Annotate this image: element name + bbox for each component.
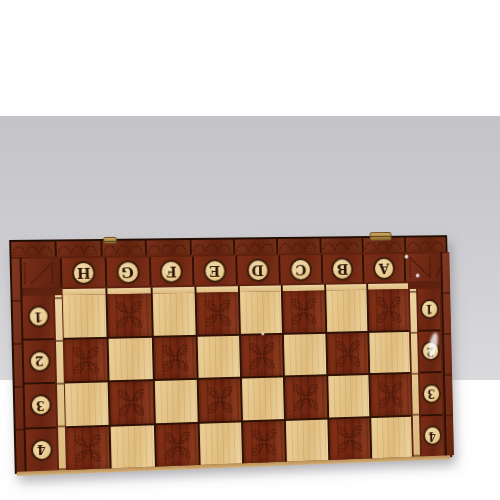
square-g4[interactable]: [111, 425, 155, 468]
square-a3[interactable]: [370, 374, 411, 416]
square-a2[interactable]: [369, 331, 410, 373]
file-label-circle: E: [203, 259, 226, 283]
rank-label-circle: 1: [420, 299, 439, 319]
square-e1[interactable]: [196, 292, 239, 334]
carved-scallop-segment: [278, 239, 319, 254]
rank-label-cell-1: 1: [22, 295, 54, 338]
file-label-cell-d: D: [237, 255, 279, 284]
carved-scallop-segment: [235, 239, 277, 254]
brass-hinge-icon: [103, 237, 117, 244]
rank-label-cell-2: 2: [23, 340, 55, 383]
photo-background: HGFEDCBA 1234 1234: [0, 116, 500, 380]
rank-labels-right: 1234: [418, 288, 443, 456]
rank-label-3: 3: [427, 388, 435, 400]
square-c2[interactable]: [284, 333, 326, 375]
rank-label-cell-4: 4: [421, 415, 443, 456]
rank-label-2: 2: [35, 354, 44, 367]
rank-label-circle: 4: [422, 425, 441, 446]
square-h4[interactable]: [66, 426, 110, 470]
file-label-cell-c: C: [280, 255, 321, 284]
square-c4[interactable]: [286, 419, 328, 461]
square-d3[interactable]: [242, 377, 284, 419]
rank-label-cell-3: 3: [420, 373, 442, 414]
file-label-a: A: [379, 261, 390, 276]
rank-label-cell-4: 4: [26, 428, 57, 471]
square-c1[interactable]: [283, 291, 325, 333]
file-label-g: G: [121, 264, 134, 279]
square-f3[interactable]: [154, 380, 197, 423]
file-label-cell-a: A: [364, 254, 404, 282]
file-label-circle: D: [246, 258, 269, 282]
square-d4[interactable]: [243, 420, 285, 463]
carved-scallop-segment: [406, 237, 446, 252]
square-c3[interactable]: [285, 376, 327, 418]
file-label-circle: F: [160, 259, 183, 283]
square-f1[interactable]: [152, 293, 195, 336]
rank-labels-left: 1234: [22, 295, 57, 471]
square-a4[interactable]: [371, 416, 412, 458]
rank-label-cell-1: 1: [418, 288, 440, 329]
chess-board-half: HGFEDCBA 1234 1234: [9, 235, 452, 474]
square-e4[interactable]: [199, 422, 242, 465]
square-f2[interactable]: [153, 336, 196, 379]
rank-label-circle: 3: [421, 383, 440, 404]
square-b2[interactable]: [327, 332, 368, 374]
square-e3[interactable]: [198, 379, 241, 422]
rank-label-1: 1: [425, 303, 433, 315]
square-g1[interactable]: [108, 294, 152, 337]
file-label-circle: A: [373, 256, 395, 279]
carved-scallop-segment: [11, 241, 55, 256]
file-label-circle: C: [289, 257, 312, 281]
file-label-b: B: [337, 261, 349, 276]
file-label-d: D: [252, 262, 264, 277]
rank-label-circle: 2: [28, 350, 50, 372]
dust-speck: [416, 274, 420, 278]
playing-grid: [63, 289, 412, 470]
square-d1[interactable]: [240, 291, 282, 333]
square-b4[interactable]: [329, 418, 370, 460]
rank-label-4: 4: [428, 430, 436, 442]
file-label-cell-e: E: [194, 256, 236, 285]
rank-label-circle: 3: [29, 394, 51, 417]
file-label-c: C: [295, 262, 306, 277]
square-a1[interactable]: [368, 289, 409, 330]
rank-label-1: 1: [34, 310, 43, 323]
square-g3[interactable]: [110, 381, 154, 424]
rank-label-cell-3: 3: [25, 384, 57, 427]
rank-label-4: 4: [37, 443, 46, 456]
file-label-cell-f: F: [150, 257, 192, 286]
file-label-cell-h: H: [62, 258, 105, 287]
carved-scallop-segment: [57, 241, 101, 256]
dust-speck: [405, 255, 409, 259]
file-label-cell-b: B: [322, 254, 363, 282]
square-b3[interactable]: [328, 375, 369, 417]
square-d2[interactable]: [241, 334, 283, 376]
square-f4[interactable]: [155, 423, 198, 466]
rank-label-circle: 1: [27, 306, 49, 328]
square-h1[interactable]: [63, 294, 107, 337]
file-label-circle: B: [331, 257, 353, 280]
rank-label-circle: 4: [30, 438, 52, 461]
square-e2[interactable]: [197, 335, 240, 378]
brass-hinge-icon: [370, 232, 392, 241]
file-label-h: H: [76, 265, 90, 280]
square-h3[interactable]: [65, 382, 109, 425]
file-label-circle: G: [116, 260, 140, 284]
carved-scallop-segment: [321, 238, 362, 253]
rank-label-3: 3: [36, 399, 45, 412]
carved-scallop-segment: [191, 239, 233, 254]
square-h2[interactable]: [64, 338, 108, 381]
square-g2[interactable]: [109, 337, 153, 380]
file-label-e: E: [209, 263, 220, 278]
file-label-cell-g: G: [106, 257, 149, 286]
file-label-circle: H: [72, 260, 96, 284]
dust-speck: [261, 332, 264, 335]
carved-scallop-segment: [147, 240, 190, 255]
square-b1[interactable]: [326, 290, 367, 332]
file-label-f: F: [166, 264, 177, 279]
